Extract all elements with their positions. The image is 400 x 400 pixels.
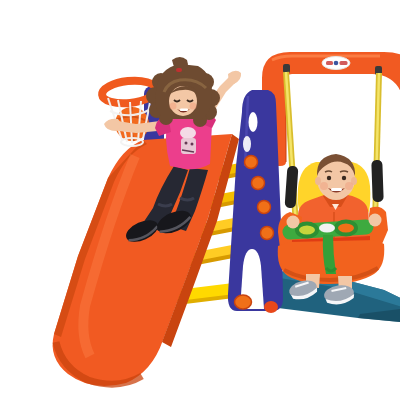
climbing-panel	[228, 90, 283, 313]
brand-badge	[322, 57, 350, 70]
playset-illustration	[40, 16, 400, 400]
shirt-graphic	[180, 127, 196, 154]
panel-foot	[235, 295, 252, 309]
rope-grip-right	[371, 160, 383, 202]
guard-sticker	[319, 224, 335, 233]
product-photo: product-photo	[40, 16, 400, 400]
